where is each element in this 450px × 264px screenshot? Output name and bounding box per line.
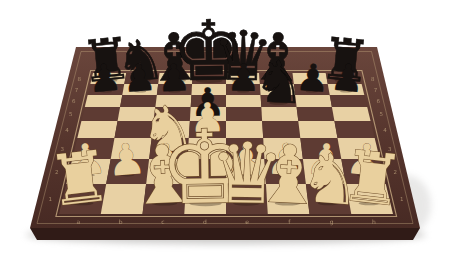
rank-label-right-5: 5 xyxy=(380,111,384,117)
rank-label-right-4: 4 xyxy=(383,127,387,133)
rank-label-left-8: 8 xyxy=(77,76,81,82)
rank-label-right-6: 6 xyxy=(376,98,380,104)
board-rim-side xyxy=(30,228,420,240)
black-pawn-a7[interactable]: ♟ xyxy=(86,54,124,101)
chess-board[interactable]: abcdefgh1122334455667788♜♞♝♚♛♝♜♟♟♟♟♟♟♟♞♟… xyxy=(0,0,450,264)
black-pawn-h7[interactable]: ♟ xyxy=(329,54,367,101)
white-rook-a1[interactable]: ♜ xyxy=(44,134,116,223)
rank-label-left-4: 4 xyxy=(65,127,69,133)
rank-label-right-8: 8 xyxy=(371,76,375,82)
white-rook-h1[interactable]: ♜ xyxy=(337,134,409,223)
file-label-b: b xyxy=(119,218,123,225)
rank-label-right-7: 7 xyxy=(374,87,378,93)
black-knight-f6[interactable]: ♞ xyxy=(252,47,307,117)
rank-label-left-7: 7 xyxy=(75,87,79,93)
board-photo: abcdefgh1122334455667788♜♞♝♚♛♝♜♟♟♟♟♟♟♟♞♟… xyxy=(0,0,450,264)
square-a5[interactable] xyxy=(81,107,120,121)
square-h5[interactable] xyxy=(332,107,371,121)
rank-label-left-5: 5 xyxy=(69,111,73,117)
rank-label-left-6: 6 xyxy=(72,98,76,104)
